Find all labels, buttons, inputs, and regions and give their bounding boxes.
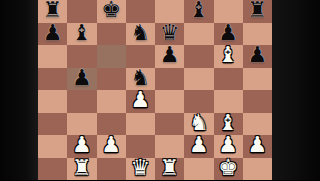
piece-black-rook[interactable]: ♜ (248, 0, 268, 21)
piece-white-knight[interactable]: ♞ (189, 112, 209, 134)
piece-black-queen[interactable]: ♛ (160, 22, 180, 44)
square-b7[interactable]: ♝ (67, 23, 96, 46)
square-d7[interactable]: ♞ (126, 23, 155, 46)
square-a3[interactable] (38, 113, 67, 136)
square-f7[interactable] (184, 23, 213, 46)
piece-white-pawn[interactable]: ♟ (72, 134, 92, 156)
square-e4[interactable] (155, 90, 184, 113)
square-f5[interactable] (184, 68, 213, 91)
piece-black-king[interactable]: ♚ (101, 0, 121, 21)
piece-white-rook[interactable]: ♜ (72, 157, 92, 179)
square-h1[interactable] (243, 158, 272, 181)
square-c1[interactable] (97, 158, 126, 181)
square-b5[interactable]: ♟ (67, 68, 96, 91)
video-frame: ♜♚♝♜♟♝♞♛♟♟♝♟♟♞♟♞♝♟♟♟♟♟♜♛♜♚ (0, 0, 320, 180)
square-h4[interactable] (243, 90, 272, 113)
square-c6[interactable] (97, 45, 126, 68)
piece-black-knight[interactable]: ♞ (131, 22, 151, 44)
piece-white-king[interactable]: ♚ (218, 157, 238, 179)
square-h8[interactable]: ♜ (243, 0, 272, 23)
square-a5[interactable] (38, 68, 67, 91)
square-b4[interactable] (67, 90, 96, 113)
square-g1[interactable]: ♚ (214, 158, 243, 181)
square-a7[interactable]: ♟ (38, 23, 67, 46)
square-e1[interactable]: ♜ (155, 158, 184, 181)
square-c5[interactable] (97, 68, 126, 91)
piece-black-pawn[interactable]: ♟ (43, 22, 63, 44)
square-h6[interactable]: ♟ (243, 45, 272, 68)
piece-black-pawn[interactable]: ♟ (248, 44, 268, 66)
piece-white-bishop[interactable]: ♝ (218, 44, 238, 66)
piece-black-bishop[interactable]: ♝ (72, 22, 92, 44)
piece-black-rook[interactable]: ♜ (43, 0, 63, 21)
square-d3[interactable] (126, 113, 155, 136)
piece-white-pawn[interactable]: ♟ (248, 134, 268, 156)
piece-black-knight[interactable]: ♞ (131, 67, 151, 89)
square-d1[interactable]: ♛ (126, 158, 155, 181)
square-c2[interactable]: ♟ (97, 135, 126, 158)
square-f8[interactable]: ♝ (184, 0, 213, 23)
square-h2[interactable]: ♟ (243, 135, 272, 158)
square-f1[interactable] (184, 158, 213, 181)
piece-white-pawn[interactable]: ♟ (101, 134, 121, 156)
square-e3[interactable] (155, 113, 184, 136)
piece-white-queen[interactable]: ♛ (131, 157, 151, 179)
square-c7[interactable] (97, 23, 126, 46)
square-a4[interactable] (38, 90, 67, 113)
square-a6[interactable] (38, 45, 67, 68)
square-g6[interactable]: ♝ (214, 45, 243, 68)
square-d4[interactable]: ♟ (126, 90, 155, 113)
piece-white-rook[interactable]: ♜ (160, 157, 180, 179)
piece-white-pawn[interactable]: ♟ (218, 134, 238, 156)
square-e5[interactable] (155, 68, 184, 91)
piece-white-bishop[interactable]: ♝ (218, 112, 238, 134)
square-e6[interactable]: ♟ (155, 45, 184, 68)
square-f2[interactable]: ♟ (184, 135, 213, 158)
chess-board: ♜♚♝♜♟♝♞♛♟♟♝♟♟♞♟♞♝♟♟♟♟♟♜♛♜♚ (38, 0, 272, 180)
square-h5[interactable] (243, 68, 272, 91)
square-f6[interactable] (184, 45, 213, 68)
square-c4[interactable] (97, 90, 126, 113)
piece-black-pawn[interactable]: ♟ (72, 67, 92, 89)
square-a2[interactable] (38, 135, 67, 158)
square-a1[interactable] (38, 158, 67, 181)
piece-white-pawn[interactable]: ♟ (189, 134, 209, 156)
letterbox-right (272, 0, 320, 180)
letterbox-left (0, 0, 38, 180)
piece-white-pawn[interactable]: ♟ (131, 89, 151, 111)
piece-black-pawn[interactable]: ♟ (218, 22, 238, 44)
square-g5[interactable] (214, 68, 243, 91)
square-c8[interactable]: ♚ (97, 0, 126, 23)
piece-black-pawn[interactable]: ♟ (160, 44, 180, 66)
piece-black-bishop[interactable]: ♝ (189, 0, 209, 21)
square-b1[interactable]: ♜ (67, 158, 96, 181)
